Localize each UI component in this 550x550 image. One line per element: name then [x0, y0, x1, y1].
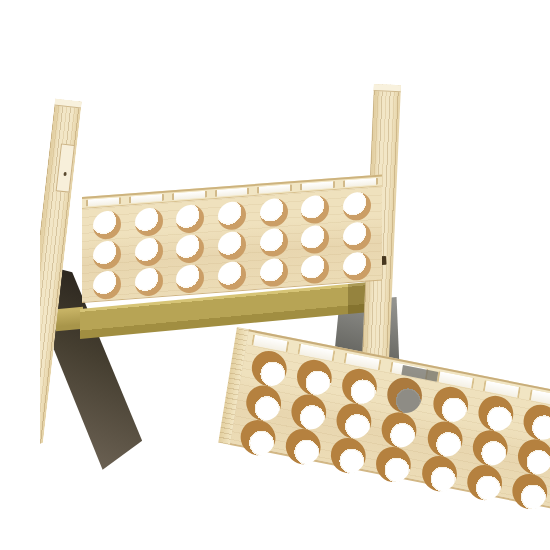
- board-cell: [130, 207, 169, 238]
- board-cell: [415, 452, 463, 495]
- hole: [176, 234, 204, 264]
- board-cell: [171, 203, 210, 234]
- rim-slot: [215, 187, 250, 197]
- board-cell: [279, 425, 327, 468]
- board-cell: [88, 240, 127, 271]
- board-cell: [213, 200, 252, 231]
- hole: [301, 224, 329, 254]
- hole: [343, 251, 371, 281]
- mounted-hole-panel: [82, 174, 382, 301]
- board-cell: [213, 260, 252, 291]
- board-cell: [171, 263, 210, 294]
- hole: [93, 270, 121, 300]
- hole: [218, 201, 246, 231]
- hole: [260, 228, 288, 258]
- hole: [218, 231, 246, 261]
- rim-slot: [300, 181, 335, 191]
- board-cell: [254, 197, 293, 228]
- board-cell: [337, 251, 376, 282]
- board-cell: [337, 221, 376, 252]
- gold-crossbar-tab: [56, 307, 83, 331]
- hole: [283, 426, 323, 467]
- board-cell: [88, 210, 127, 241]
- hole: [93, 240, 121, 270]
- board-cell: [296, 194, 335, 225]
- hole: [301, 194, 329, 224]
- board-cell: [296, 224, 335, 255]
- board-cell: [325, 434, 373, 477]
- hole: [419, 453, 459, 494]
- rim-slot: [343, 178, 378, 188]
- rim-slot: [129, 194, 164, 204]
- hole: [135, 237, 163, 267]
- hole: [343, 191, 371, 221]
- hole: [93, 210, 121, 240]
- hole: [218, 261, 246, 291]
- board-cell: [337, 191, 376, 222]
- board-cell: [234, 416, 282, 459]
- hole: [343, 221, 371, 251]
- hole: [176, 204, 204, 234]
- board-cell: [130, 237, 169, 268]
- rim-slot: [257, 184, 292, 194]
- hole: [510, 471, 550, 512]
- hole: [260, 258, 288, 288]
- hole: [301, 254, 329, 284]
- hole: [238, 417, 278, 458]
- board-cell: [296, 254, 335, 285]
- rim-slot: [172, 191, 207, 201]
- hole: [374, 444, 414, 485]
- board-cell: [254, 227, 293, 258]
- board-cell: [254, 257, 293, 288]
- board-cell: [370, 443, 418, 486]
- board-cell: [213, 230, 252, 261]
- board-cell: [171, 233, 210, 264]
- board-cell: [460, 461, 508, 504]
- hole: [135, 207, 163, 237]
- board-cell: [130, 267, 169, 298]
- hole: [464, 462, 504, 503]
- product-photo-connect-four: [40, 16, 550, 550]
- rim-slot: [86, 197, 121, 207]
- hole: [260, 198, 288, 228]
- post-notch: [56, 143, 75, 192]
- hole: [176, 264, 204, 294]
- board-cell: [88, 270, 127, 301]
- hole: [135, 267, 163, 297]
- board-cell: [506, 470, 550, 513]
- hole: [329, 435, 369, 476]
